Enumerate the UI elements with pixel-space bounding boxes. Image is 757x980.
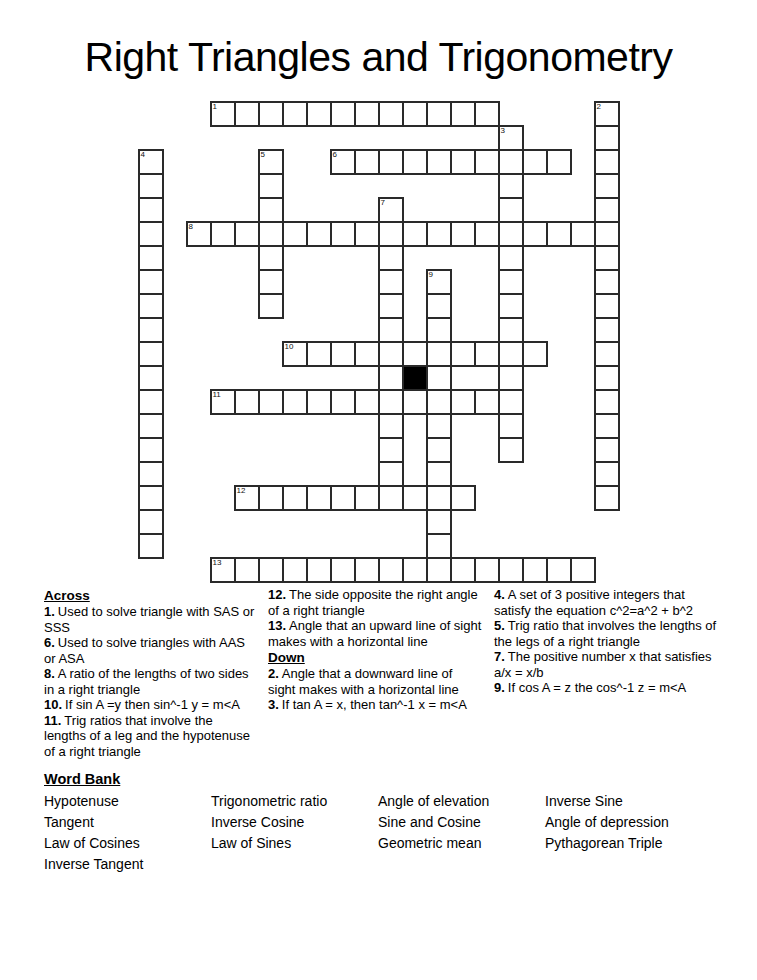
clue-text: If tan A = x, then tan^-1 x = m<A [282, 697, 467, 712]
grid-cell[interactable] [282, 101, 308, 127]
grid-cell[interactable] [594, 197, 620, 223]
grid-cell[interactable]: 12 [234, 485, 260, 511]
grid-cell[interactable] [450, 485, 476, 511]
grid-cell[interactable] [594, 437, 620, 463]
grid-cell[interactable] [138, 437, 164, 463]
clue-number-label: 6 [333, 150, 337, 159]
clue-text: The side opposite the right angle of a r… [268, 587, 478, 618]
grid-cell[interactable] [234, 221, 260, 247]
grid-cell[interactable] [330, 557, 356, 583]
grid-cell[interactable] [594, 125, 620, 151]
grid-cell[interactable] [354, 341, 380, 367]
clue-across-6: 6.Used to solve triangles with AAS or AS… [44, 635, 256, 666]
grid-cell[interactable] [258, 389, 284, 415]
grid-cell[interactable] [498, 245, 524, 271]
grid-cell[interactable] [498, 173, 524, 199]
grid-cell[interactable] [354, 557, 380, 583]
word-bank-columns: Hypotenuse Tangent Law of Cosines Invers… [44, 791, 757, 875]
grid-cell[interactable] [282, 557, 308, 583]
word-bank-column-1: Hypotenuse Tangent Law of Cosines Invers… [44, 791, 211, 875]
clue-text: A ratio of the lengths of two sides in a… [44, 666, 249, 697]
clue-number: 13. [268, 618, 286, 633]
word-bank-column-2: Trigonometric ratio Inverse Cosine Law o… [211, 791, 378, 875]
clue-across-13: 13.Angle that an upward line of sight ma… [268, 618, 482, 649]
grid-cell[interactable] [306, 485, 332, 511]
grid-cell[interactable] [258, 245, 284, 271]
clue-text: A set of 3 positive integers that satisf… [494, 587, 693, 618]
grid-cell[interactable] [354, 485, 380, 511]
grid-cell[interactable] [258, 485, 284, 511]
grid-cell[interactable] [498, 413, 524, 439]
clue-number: 2. [268, 666, 279, 681]
grid-cell[interactable] [402, 221, 428, 247]
grid-cell[interactable] [426, 101, 452, 127]
grid-cell[interactable] [594, 461, 620, 487]
clue-down-3: 3.If tan A = x, then tan^-1 x = m<A [268, 697, 482, 713]
grid-cell[interactable] [402, 557, 428, 583]
grid-cell[interactable] [354, 221, 380, 247]
grid-cell[interactable]: 8 [186, 221, 212, 247]
grid-cell[interactable] [522, 557, 548, 583]
grid-cell[interactable] [474, 389, 500, 415]
grid-cell[interactable] [474, 221, 500, 247]
grid-cell[interactable] [594, 389, 620, 415]
word-bank-column-3: Angle of elevation Sine and Cosine Geome… [378, 791, 545, 875]
clues-section: Across 1.Used to solve triangle with SAS… [0, 583, 757, 759]
grid-cell[interactable] [522, 149, 548, 175]
grid-cell[interactable] [474, 557, 500, 583]
grid-cell[interactable] [378, 437, 404, 463]
grid-cell[interactable]: 5 [258, 149, 284, 175]
clue-text: If cos A = z the cos^-1 z = m<A [508, 680, 686, 695]
grid-cell[interactable] [450, 557, 476, 583]
clue-number: 5. [494, 618, 505, 633]
clue-across-1: 1.Used to solve triangle with SAS or SSS [44, 604, 256, 635]
word-bank-item: Inverse Cosine [211, 812, 378, 833]
grid-cell[interactable] [306, 221, 332, 247]
down-header: Down [268, 649, 482, 666]
grid-cell[interactable] [426, 437, 452, 463]
grid-cell[interactable] [378, 557, 404, 583]
grid-cell[interactable] [378, 317, 404, 343]
grid-cell[interactable] [594, 173, 620, 199]
clue-number: 12. [268, 587, 286, 602]
grid-cell[interactable] [498, 557, 524, 583]
clue-text: Angle that an upward line of sight makes… [268, 618, 481, 649]
clue-number-label: 8 [189, 222, 193, 231]
clues-column-1: Across 1.Used to solve triangle with SAS… [44, 587, 256, 759]
clue-across-11: 11.Trig ratios that involve the lengths … [44, 713, 256, 760]
clue-down-4: 4.A set of 3 positive integers that sati… [494, 587, 718, 618]
clue-number: 11. [44, 713, 61, 728]
grid-cell[interactable] [546, 557, 572, 583]
clue-text: Trig ratios that involve the lengths of … [44, 713, 250, 759]
clue-number-label: 12 [237, 486, 246, 495]
grid-cell[interactable]: 9 [426, 269, 452, 295]
grid-cell[interactable] [282, 221, 308, 247]
grid-cell[interactable] [306, 389, 332, 415]
word-bank-item: Geometric mean [378, 833, 545, 854]
grid-cell[interactable] [402, 101, 428, 127]
grid-cell[interactable] [378, 269, 404, 295]
grid-cell[interactable] [138, 413, 164, 439]
clue-down-9: 9.If cos A = z the cos^-1 z = m<A [494, 680, 718, 696]
clue-number-label: 1 [213, 102, 217, 111]
grid-cell[interactable] [498, 341, 524, 367]
blocked-cell [402, 365, 428, 391]
grid-cell[interactable] [138, 293, 164, 319]
grid-cell[interactable] [378, 413, 404, 439]
clue-number-label: 13 [213, 558, 222, 567]
grid-cell[interactable] [594, 317, 620, 343]
grid-cell[interactable] [330, 101, 356, 127]
grid-cell[interactable] [354, 389, 380, 415]
grid-cell[interactable] [594, 149, 620, 175]
grid-cell[interactable] [354, 149, 380, 175]
grid-cell[interactable] [426, 341, 452, 367]
grid-cell[interactable] [498, 197, 524, 223]
grid-cell[interactable]: 11 [210, 389, 236, 415]
clue-down-2: 2.Angle that a downward line of sight ma… [268, 666, 482, 697]
grid-cell[interactable] [498, 389, 524, 415]
clue-text: Used to solve triangle with SAS or SSS [44, 604, 254, 635]
clue-number-label: 11 [213, 390, 221, 399]
grid-cell[interactable] [378, 245, 404, 271]
grid-cell[interactable] [450, 149, 476, 175]
grid-cell[interactable] [258, 293, 284, 319]
grid-cell[interactable] [594, 245, 620, 271]
grid-cell[interactable] [498, 365, 524, 391]
grid-cell[interactable] [330, 485, 356, 511]
grid-cell[interactable] [594, 413, 620, 439]
clue-across-10: 10.If sin A =y then sin^-1 y = m<A [44, 697, 256, 713]
grid-cell[interactable] [306, 341, 332, 367]
word-bank-item: Tangent [44, 812, 211, 833]
page-title: Right Triangles and Trigonometry [0, 0, 757, 84]
grid-cell[interactable] [138, 173, 164, 199]
grid-cell[interactable] [402, 341, 428, 367]
grid-cell[interactable]: 2 [594, 101, 620, 127]
grid-cell[interactable] [330, 389, 356, 415]
grid-cell[interactable] [138, 485, 164, 511]
grid-cell[interactable] [426, 485, 452, 511]
clue-text: Used to solve triangles with AAS or ASA [44, 635, 245, 666]
grid-cell[interactable]: 10 [282, 341, 308, 367]
grid-cell[interactable] [426, 509, 452, 535]
word-bank-item: Sine and Cosine [378, 812, 545, 833]
grid-cell[interactable] [138, 389, 164, 415]
word-bank-section: Word Bank Hypotenuse Tangent Law of Cosi… [0, 759, 757, 875]
grid-cell[interactable] [258, 557, 284, 583]
clue-across-8: 8.A ratio of the lengths of two sides in… [44, 666, 256, 697]
grid-cell[interactable]: 7 [378, 197, 404, 223]
grid-cell[interactable] [258, 221, 284, 247]
grid-cell[interactable] [210, 221, 236, 247]
clue-number: 3. [268, 697, 279, 712]
grid-cell[interactable] [498, 221, 524, 247]
grid-cell[interactable] [282, 389, 308, 415]
grid-cell[interactable] [402, 389, 428, 415]
grid-cell[interactable] [354, 101, 380, 127]
grid-cell[interactable] [378, 221, 404, 247]
grid-cell[interactable] [594, 485, 620, 511]
word-bank-item: Trigonometric ratio [211, 791, 378, 812]
grid-cell[interactable] [450, 221, 476, 247]
clue-text: Angle that a downward line of sight make… [268, 666, 459, 697]
grid-cell[interactable] [138, 461, 164, 487]
grid-cell[interactable] [426, 557, 452, 583]
word-bank-item: Law of Cosines [44, 833, 211, 854]
word-bank-item: Inverse Sine [545, 791, 745, 812]
clue-number: 4. [494, 587, 505, 602]
grid-cell[interactable] [594, 341, 620, 367]
crossword-worksheet-page: Right Triangles and Trigonometry 1234567… [0, 0, 757, 980]
grid-cell[interactable] [258, 101, 284, 127]
grid-cell[interactable] [450, 389, 476, 415]
clue-number-label: 9 [429, 270, 433, 279]
clue-number: 6. [44, 635, 55, 650]
grid-cell[interactable] [570, 221, 596, 247]
grid-cell[interactable] [594, 293, 620, 319]
grid-cell[interactable] [138, 245, 164, 271]
word-bank-column-4: Inverse Sine Angle of depression Pythago… [545, 791, 745, 875]
across-header: Across [44, 587, 256, 604]
clue-down-7: 7.The positive number x that satisfies a… [494, 649, 718, 680]
grid-cell[interactable] [426, 293, 452, 319]
grid-cell[interactable] [378, 461, 404, 487]
grid-cell[interactable]: 13 [210, 557, 236, 583]
grid-cell[interactable] [426, 461, 452, 487]
clue-number: 1. [44, 604, 55, 619]
clue-number-label: 7 [381, 198, 385, 207]
clue-number-label: 10 [285, 342, 294, 351]
grid-cell[interactable] [594, 221, 620, 247]
grid-cell[interactable] [522, 221, 548, 247]
grid-cell[interactable] [330, 341, 356, 367]
grid-cell[interactable] [546, 221, 572, 247]
grid-cell[interactable] [378, 293, 404, 319]
grid-cell[interactable] [426, 365, 452, 391]
grid-cell[interactable] [258, 173, 284, 199]
grid-cell[interactable] [378, 389, 404, 415]
clue-number: 8. [44, 666, 55, 681]
grid-cell[interactable]: 4 [138, 149, 164, 175]
grid-cell[interactable] [138, 269, 164, 295]
grid-cell[interactable] [426, 533, 452, 559]
grid-cell[interactable] [258, 269, 284, 295]
grid-cell[interactable] [402, 149, 428, 175]
grid-cell[interactable] [306, 557, 332, 583]
grid-cell[interactable] [138, 365, 164, 391]
clue-text: If sin A =y then sin^-1 y = m<A [65, 697, 240, 712]
grid-cell[interactable] [426, 221, 452, 247]
word-bank-item: Hypotenuse [44, 791, 211, 812]
grid-cell[interactable] [306, 101, 332, 127]
grid-cell[interactable] [498, 317, 524, 343]
grid-cell[interactable] [138, 197, 164, 223]
grid-cell[interactable] [378, 485, 404, 511]
grid-cell[interactable] [138, 317, 164, 343]
grid-cell[interactable] [138, 221, 164, 247]
grid-cell[interactable] [594, 365, 620, 391]
grid-cell[interactable] [426, 317, 452, 343]
word-bank-item: Angle of depression [545, 812, 745, 833]
grid-cell[interactable] [234, 389, 260, 415]
clues-column-2: 12.The side opposite the right angle of … [268, 587, 482, 759]
clue-text: The positive number x that satisfies a/x… [494, 649, 712, 680]
grid-cell[interactable] [450, 341, 476, 367]
clues-column-3: 4.A set of 3 positive integers that sati… [494, 587, 718, 759]
clue-down-5: 5.Trig ratio that involves the lengths o… [494, 618, 718, 649]
grid-cell[interactable] [138, 509, 164, 535]
clue-number-label: 3 [501, 126, 505, 135]
grid-cell[interactable]: 6 [330, 149, 356, 175]
grid-cell[interactable] [330, 221, 356, 247]
grid-cell[interactable] [402, 485, 428, 511]
grid-cell[interactable] [138, 533, 164, 559]
crossword-grid: 12345678910111213 [138, 101, 620, 583]
word-bank-item: Inverse Tangent [44, 854, 211, 875]
clue-number: 7. [494, 649, 505, 664]
grid-cell[interactable] [426, 149, 452, 175]
grid-cell[interactable] [426, 413, 452, 439]
grid-cell[interactable] [426, 389, 452, 415]
grid-cell[interactable] [234, 557, 260, 583]
grid-cell[interactable] [522, 341, 548, 367]
grid-cell[interactable] [258, 197, 284, 223]
grid-cell[interactable] [450, 101, 476, 127]
grid-cell[interactable] [378, 149, 404, 175]
grid-cell[interactable] [234, 101, 260, 127]
word-bank-item: Pythagorean Triple [545, 833, 745, 854]
clue-text: Trig ratio that involves the lengths of … [494, 618, 716, 649]
grid-cell[interactable] [498, 293, 524, 319]
grid-cell[interactable] [570, 557, 596, 583]
grid-cell[interactable] [474, 101, 500, 127]
clue-number-label: 4 [141, 150, 145, 159]
clue-number: 9. [494, 680, 505, 695]
grid-cell[interactable] [138, 341, 164, 367]
clue-number: 10. [44, 697, 62, 712]
word-bank-header: Word Bank [44, 771, 757, 788]
grid-cell[interactable] [378, 341, 404, 367]
word-bank-item: Law of Sines [211, 833, 378, 854]
word-bank-item: Angle of elevation [378, 791, 545, 812]
grid-cell[interactable] [474, 341, 500, 367]
clue-across-12: 12.The side opposite the right angle of … [268, 587, 482, 618]
clue-number-label: 5 [261, 150, 265, 159]
grid-cell[interactable] [498, 149, 524, 175]
grid-cell[interactable] [378, 365, 404, 391]
grid-cell[interactable] [378, 101, 404, 127]
grid-cell[interactable] [594, 269, 620, 295]
grid-cell[interactable] [498, 437, 524, 463]
grid-cell[interactable] [282, 485, 308, 511]
grid-cell[interactable] [474, 149, 500, 175]
grid-cell[interactable]: 1 [210, 101, 236, 127]
grid-cell[interactable] [498, 269, 524, 295]
grid-cell[interactable]: 3 [498, 125, 524, 151]
grid-cell[interactable] [546, 149, 572, 175]
clue-number-label: 2 [597, 102, 601, 111]
